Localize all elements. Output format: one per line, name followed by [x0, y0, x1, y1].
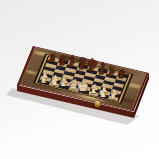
piece-white-bishop[interactable]: ♝ [59, 84, 67, 88]
piece-white-rook[interactable]: ♜ [39, 80, 47, 84]
chess-set-photo: ♜♞♝♛♚♝♞♜♟♟♟♟♟♟♟♟♟♟♟♟♟♟♟♟♜♞♝♛♚♝♞♜ [0, 0, 159, 159]
piece-white-knight[interactable]: ♞ [49, 82, 57, 86]
square-h1[interactable]: ♜ [108, 95, 119, 101]
clasp-latch [95, 101, 100, 107]
piece-white-bishop[interactable]: ♝ [89, 91, 97, 95]
piece-white-rook[interactable]: ♜ [108, 96, 116, 100]
piece-white-king[interactable]: ♚ [79, 89, 87, 93]
piece-white-knight[interactable]: ♞ [98, 93, 106, 97]
